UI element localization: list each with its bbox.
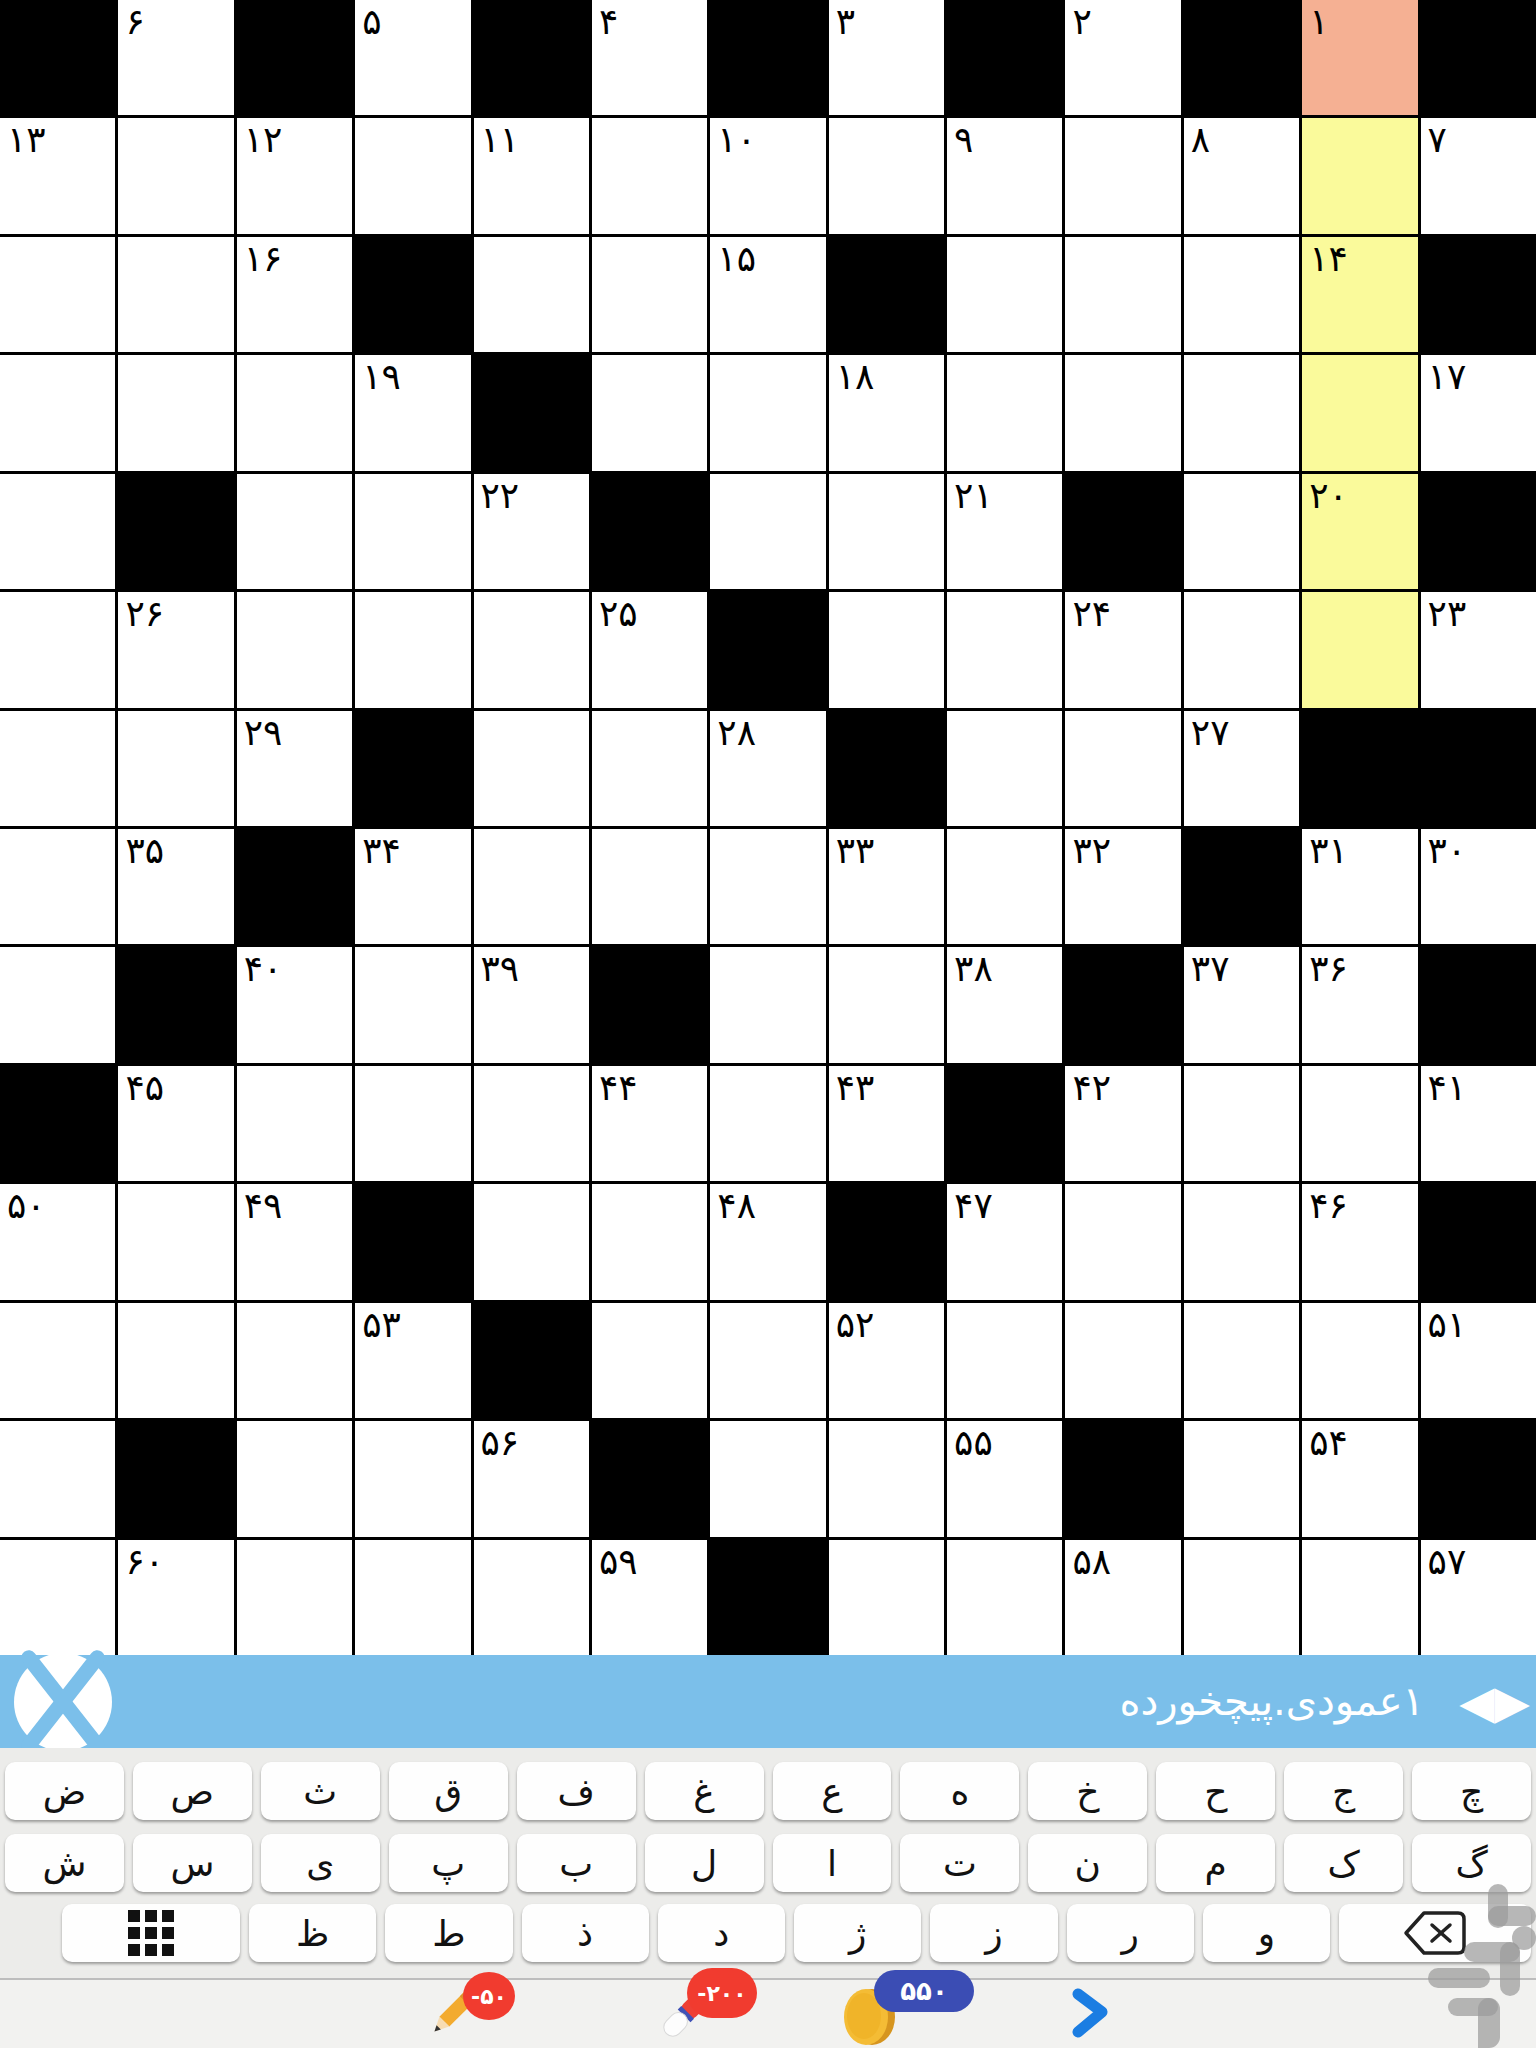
cell-number: ۲۴: [1072, 595, 1111, 633]
cell-number: ۴۵: [125, 1069, 164, 1107]
grid-cell-r5c2[interactable]: [237, 592, 352, 707]
cell-number: ۴۲: [1072, 1069, 1111, 1107]
persian-keyboard: ضصثقفغعهخحجچ شسیپبلاتنمکگ ظطذدژزرو: [0, 1748, 1536, 1978]
grid-cell-r2c2[interactable]: ۱۶: [237, 237, 352, 352]
cell-number: ۵۰: [7, 1187, 46, 1225]
grid-icon: [128, 1910, 174, 1956]
cell-number: ۳۵: [125, 832, 164, 870]
grid-cell-r1c2[interactable]: ۱۲: [237, 118, 352, 233]
grid-cell-r13c1[interactable]: ۶۰: [118, 1540, 233, 1655]
key-ت[interactable]: ت: [900, 1834, 1019, 1892]
keyboard-row-2: شسیپبلاتنمکگ: [0, 1834, 1536, 1892]
grid-cell-r10c11[interactable]: ۴۶: [1302, 1184, 1417, 1299]
chevron-right-icon: [1068, 1986, 1120, 2046]
grid-cell-r2c12: [1421, 237, 1536, 352]
cell-number: ۱۳: [7, 121, 46, 159]
backspace-key[interactable]: [1339, 1904, 1531, 1962]
cell-number: ۲۸: [717, 714, 756, 752]
grid-cell-r3c8[interactable]: [947, 355, 1062, 470]
grid-cell-r12c5: [592, 1421, 707, 1536]
cell-number: ۲۰: [1309, 477, 1348, 515]
key-ذ[interactable]: ذ: [522, 1904, 649, 1962]
grid-cell-r8c2[interactable]: ۴۰: [237, 947, 352, 1062]
cell-number: ۳۲: [1072, 832, 1111, 870]
grid-cell-r8c3[interactable]: [355, 947, 470, 1062]
key-ی[interactable]: ی: [261, 1834, 380, 1892]
grid-cell-r2c3: [355, 237, 470, 352]
grid-cell-r11c2[interactable]: [237, 1303, 352, 1418]
grid-cell-r0c3[interactable]: ۵: [355, 0, 470, 115]
cell-number: ۳۶: [1309, 950, 1348, 988]
key-ع[interactable]: ع: [773, 1762, 892, 1820]
cell-number: ۱۶: [244, 240, 283, 278]
cell-number: ۳۳: [836, 832, 875, 870]
crossword-app: ۶۵۴۳۲۱۱۳۱۲۱۱۱۰۹۸۷۱۶۱۵۱۴۱۹۱۸۱۷۲۲۲۱۲۰۲۶۲۵۲…: [0, 0, 1536, 2048]
grid-cell-r6c11: [1302, 711, 1417, 826]
grid-cell-r5c10[interactable]: [1184, 592, 1299, 707]
grid-cell-r12c12: [1421, 1421, 1536, 1536]
cell-number: ۵۵: [954, 1424, 993, 1462]
grid-cell-r11c1[interactable]: [118, 1303, 233, 1418]
grid-cell-r12c1: [118, 1421, 233, 1536]
grid-cell-r4c7[interactable]: [829, 474, 944, 589]
grid-cell-r8c9: [1065, 947, 1180, 1062]
key-پ[interactable]: پ: [389, 1834, 508, 1892]
cell-number: ۵: [362, 3, 381, 41]
eraser-hint-button[interactable]: -۲۰۰: [635, 1980, 755, 2048]
grid-cell-r8c8[interactable]: ۳۸: [947, 947, 1062, 1062]
coin-balance-badge: ۵۵۰: [874, 1970, 974, 2012]
key-ژ[interactable]: ژ: [794, 1904, 921, 1962]
grid-cell-r4c4[interactable]: ۲۲: [474, 474, 589, 589]
grid-cell-r8c4[interactable]: ۳۹: [474, 947, 589, 1062]
grid-cell-r3c12[interactable]: ۱۷: [1421, 355, 1536, 470]
grid-cell-r7c8[interactable]: [947, 829, 1062, 944]
grid-cell-r13c3[interactable]: [355, 1540, 470, 1655]
clue-bar: ۱عمودی.پیچخورده ◀ ▶: [0, 1655, 1536, 1748]
grid-cell-r5c12[interactable]: ۲۳: [1421, 592, 1536, 707]
cell-number: ۵۳: [362, 1306, 401, 1344]
grid-cell-r5c4[interactable]: [474, 592, 589, 707]
grid-cell-r9c7[interactable]: ۴۳: [829, 1066, 944, 1181]
grid-cell-r3c6[interactable]: [710, 355, 825, 470]
grid-cell-r3c2[interactable]: [237, 355, 352, 470]
grid-cell-r13c6: [710, 1540, 825, 1655]
grid-cell-r6c10[interactable]: ۲۷: [1184, 711, 1299, 826]
cell-number: ۴۸: [717, 1187, 756, 1225]
grid-cell-r1c3[interactable]: [355, 118, 470, 233]
grid-cell-r10c8[interactable]: ۴۷: [947, 1184, 1062, 1299]
cell-number: ۱۱: [481, 121, 520, 159]
grid-cell-r3c7[interactable]: ۱۸: [829, 355, 944, 470]
grid-cell-r9c2[interactable]: [237, 1066, 352, 1181]
grid-cell-r11c10[interactable]: [1184, 1303, 1299, 1418]
grid-cell-r11c11[interactable]: [1302, 1303, 1417, 1418]
cell-number: ۴۷: [954, 1187, 993, 1225]
grid-cell-r11c0[interactable]: [0, 1303, 115, 1418]
grid-cell-r6c5[interactable]: [592, 711, 707, 826]
cell-number: ۵۱: [1428, 1306, 1467, 1344]
cell-number: ۵۲: [836, 1306, 875, 1344]
grid-cell-r4c9: [1065, 474, 1180, 589]
grid-cell-r10c6[interactable]: ۴۸: [710, 1184, 825, 1299]
key-غ[interactable]: غ: [645, 1762, 764, 1820]
cell-number: ۱۲: [244, 121, 283, 159]
grid-cell-r8c12: [1421, 947, 1536, 1062]
key-ز[interactable]: ز: [930, 1904, 1057, 1962]
grid-cell-r13c9[interactable]: ۵۸: [1065, 1540, 1180, 1655]
grid-cell-r7c2: [237, 829, 352, 944]
next-clue-arrow-icon[interactable]: ▶: [1495, 1679, 1530, 1725]
grid-cell-r10c12: [1421, 1184, 1536, 1299]
clue-nav: ◀ ▶: [1459, 1655, 1530, 1748]
grid-cell-r2c7: [829, 237, 944, 352]
grid-cell-r2c1[interactable]: [118, 237, 233, 352]
cell-number: ۲۹: [244, 714, 283, 752]
grid-cell-r6c4[interactable]: [474, 711, 589, 826]
grid-cell-r4c8[interactable]: ۲۱: [947, 474, 1062, 589]
cell-number: ۱۵: [717, 240, 756, 278]
grid-cell-r0c11[interactable]: ۱: [1302, 0, 1417, 115]
grid-cell-r2c9[interactable]: [1065, 237, 1180, 352]
cell-number: ۲۷: [1191, 714, 1230, 752]
cell-number: ۷: [1428, 121, 1447, 159]
cell-number: ۱۹: [362, 358, 401, 396]
grid-cell-r1c12[interactable]: ۷: [1421, 118, 1536, 233]
grid-cell-r8c5: [592, 947, 707, 1062]
grid-cell-r12c9: [1065, 1421, 1180, 1536]
grid-cell-r4c10[interactable]: [1184, 474, 1299, 589]
pencil-hint-button[interactable]: -۵۰: [405, 1980, 525, 2048]
cell-number: ۶: [125, 3, 144, 41]
grid-cell-r2c0[interactable]: [0, 237, 115, 352]
grid-cell-r7c4[interactable]: [474, 829, 589, 944]
grid-cell-r9c9[interactable]: ۴۲: [1065, 1066, 1180, 1181]
key-ج[interactable]: ج: [1284, 1762, 1403, 1820]
grid-cell-r13c12[interactable]: ۵۷: [1421, 1540, 1536, 1655]
cell-number: ۴: [599, 3, 618, 41]
grid-cell-r0c4: [474, 0, 589, 115]
grid-cell-r8c10[interactable]: ۳۷: [1184, 947, 1299, 1062]
grid-cell-r0c2: [237, 0, 352, 115]
grid-cell-r6c3: [355, 711, 470, 826]
crossword-grid: ۶۵۴۳۲۱۱۳۱۲۱۱۱۰۹۸۷۱۶۱۵۱۴۱۹۱۸۱۷۲۲۲۱۲۰۲۶۲۵۲…: [0, 0, 1536, 1655]
prev-clue-arrow-icon[interactable]: ◀: [1459, 1679, 1494, 1725]
cell-number: ۵۴: [1309, 1424, 1348, 1462]
cell-number: ۲۶: [125, 595, 164, 633]
grid-cell-r6c6[interactable]: ۲۸: [710, 711, 825, 826]
cell-number: ۴۰: [244, 950, 283, 988]
grid-cell-r9c4[interactable]: [474, 1066, 589, 1181]
grid-cell-r12c8[interactable]: ۵۵: [947, 1421, 1062, 1536]
grid-cell-r0c5[interactable]: ۴: [592, 0, 707, 115]
cell-number: ۴۳: [836, 1069, 875, 1107]
grid-cell-r1c6[interactable]: ۱۰: [710, 118, 825, 233]
key-چ[interactable]: چ: [1412, 1762, 1531, 1820]
key-ص[interactable]: ص: [133, 1762, 252, 1820]
grid-cell-r3c11[interactable]: [1302, 355, 1417, 470]
grid-cell-r2c6[interactable]: ۱۵: [710, 237, 825, 352]
grid-cell-r7c5[interactable]: [592, 829, 707, 944]
grid-cell-r1c1[interactable]: [118, 118, 233, 233]
grid-cell-r2c4[interactable]: [474, 237, 589, 352]
grid-cell-r1c5[interactable]: [592, 118, 707, 233]
cell-number: ۱: [1309, 3, 1328, 41]
grid-cell-r3c4: [474, 355, 589, 470]
grid-cell-r11c8[interactable]: [947, 1303, 1062, 1418]
grid-cell-r9c6[interactable]: [710, 1066, 825, 1181]
grid-cell-r10c5[interactable]: [592, 1184, 707, 1299]
grid-cell-r13c8[interactable]: [947, 1540, 1062, 1655]
key-م[interactable]: م: [1156, 1834, 1275, 1892]
grid-cell-r6c9[interactable]: [1065, 711, 1180, 826]
grid-cell-r9c11[interactable]: [1302, 1066, 1417, 1181]
key-ب[interactable]: ب: [517, 1834, 636, 1892]
key-ق[interactable]: ق: [389, 1762, 508, 1820]
key-ک[interactable]: ک: [1284, 1834, 1403, 1892]
grid-cell-r7c1[interactable]: ۳۵: [118, 829, 233, 944]
grid-cell-r0c12: [1421, 0, 1536, 115]
grid-cell-r6c1[interactable]: [118, 711, 233, 826]
grid-cell-r11c3[interactable]: ۵۳: [355, 1303, 470, 1418]
grid-cell-r8c1: [118, 947, 233, 1062]
grid-cell-r7c9[interactable]: ۳۲: [1065, 829, 1180, 944]
grid-cell-r11c12[interactable]: ۵۱: [1421, 1303, 1536, 1418]
grid-cell-r5c5[interactable]: ۲۵: [592, 592, 707, 707]
grid-cell-r10c7: [829, 1184, 944, 1299]
key-خ[interactable]: خ: [1028, 1762, 1147, 1820]
grid-cell-r8c6[interactable]: [710, 947, 825, 1062]
cell-number: ۶۰: [125, 1543, 164, 1581]
grid-cell-r12c3[interactable]: [355, 1421, 470, 1536]
grid-cell-r9c0: [0, 1066, 115, 1181]
grid-cell-r12c2[interactable]: [237, 1421, 352, 1536]
grid-cell-r7c3[interactable]: ۳۴: [355, 829, 470, 944]
grid-cell-r12c0[interactable]: [0, 1421, 115, 1536]
cell-number: ۱۰: [717, 121, 756, 159]
cell-number: ۴۱: [1428, 1069, 1467, 1107]
grid-cell-r3c0[interactable]: [0, 355, 115, 470]
grid-cell-r2c10[interactable]: [1184, 237, 1299, 352]
grid-cell-r2c11[interactable]: ۱۴: [1302, 237, 1417, 352]
grid-cell-r11c7[interactable]: ۵۲: [829, 1303, 944, 1418]
grid-cell-r0c10: [1184, 0, 1299, 115]
backspace-icon: [1402, 1910, 1468, 1956]
cell-number: ۱۷: [1428, 358, 1467, 396]
grid-cell-r13c0[interactable]: [0, 1540, 115, 1655]
cell-number: ۲۲: [481, 477, 520, 515]
grid-cell-r2c8[interactable]: [947, 237, 1062, 352]
grid-cell-r9c10[interactable]: [1184, 1066, 1299, 1181]
grid-cell-r5c1[interactable]: ۲۶: [118, 592, 233, 707]
grid-cell-r10c9[interactable]: [1065, 1184, 1180, 1299]
close-button[interactable]: [14, 1653, 112, 1751]
grid-cell-r1c10[interactable]: ۸: [1184, 118, 1299, 233]
grid-cell-r12c11[interactable]: ۵۴: [1302, 1421, 1417, 1536]
grid-cell-r4c5: [592, 474, 707, 589]
key-ث[interactable]: ث: [261, 1762, 380, 1820]
grid-cell-r4c2[interactable]: [237, 474, 352, 589]
grid-cell-r13c2[interactable]: [237, 1540, 352, 1655]
grid-cell-r9c8: [947, 1066, 1062, 1181]
grid-cell-r5c0[interactable]: [0, 592, 115, 707]
grid-cell-r0c8: [947, 0, 1062, 115]
grid-cell-r10c10[interactable]: [1184, 1184, 1299, 1299]
grid-cell-r5c11[interactable]: [1302, 592, 1417, 707]
grid-cell-r3c9[interactable]: [1065, 355, 1180, 470]
key-د[interactable]: د: [658, 1904, 785, 1962]
grid-cell-r13c7[interactable]: [829, 1540, 944, 1655]
cell-number: ۵۷: [1428, 1543, 1467, 1581]
grid-cell-r7c10: [1184, 829, 1299, 944]
grid-cell-r11c9[interactable]: [1065, 1303, 1180, 1418]
cell-number: ۹: [954, 121, 973, 159]
grid-cell-r13c10[interactable]: [1184, 1540, 1299, 1655]
cell-number: ۵۹: [599, 1543, 638, 1581]
grid-cell-r12c6[interactable]: [710, 1421, 825, 1536]
cell-number: ۴۴: [599, 1069, 638, 1107]
grid-cell-r7c7[interactable]: ۳۳: [829, 829, 944, 944]
cell-number: ۳۴: [362, 832, 401, 870]
grid-cell-r1c11[interactable]: [1302, 118, 1417, 233]
grid-cell-r12c10[interactable]: [1184, 1421, 1299, 1536]
grid-cell-r0c6: [710, 0, 825, 115]
grid-cell-r5c8[interactable]: [947, 592, 1062, 707]
grid-cell-r5c9[interactable]: ۲۴: [1065, 592, 1180, 707]
grid-cell-r7c0[interactable]: [0, 829, 115, 944]
grid-cell-r3c3[interactable]: ۱۹: [355, 355, 470, 470]
grid-cell-r12c7[interactable]: [829, 1421, 944, 1536]
grid-cell-r0c1[interactable]: ۶: [118, 0, 233, 115]
cell-number: ۲: [1072, 3, 1091, 41]
grid-cell-r0c9[interactable]: ۲: [1065, 0, 1180, 115]
cell-number: ۱۸: [836, 358, 875, 396]
hint-toolbar: -۵۰ -۲۰۰ ۵۵۰: [0, 1978, 1536, 2048]
key-ه[interactable]: ه: [900, 1762, 1019, 1820]
grid-cell-r13c4[interactable]: [474, 1540, 589, 1655]
cell-number: ۵۶: [481, 1424, 520, 1462]
keyboard-row-1: ضصثقفغعهخحجچ: [0, 1762, 1536, 1820]
cell-number: ۸: [1191, 121, 1210, 159]
key-ن[interactable]: ن: [1028, 1834, 1147, 1892]
keyboard-switch-key[interactable]: [62, 1904, 240, 1962]
key-ط[interactable]: ط: [385, 1904, 512, 1962]
grid-cell-r2c5[interactable]: [592, 237, 707, 352]
grid-cell-r7c12[interactable]: ۳۰: [1421, 829, 1536, 944]
key-گ[interactable]: گ: [1412, 1834, 1531, 1892]
grid-cell-r10c0[interactable]: ۵۰: [0, 1184, 115, 1299]
grid-cell-r1c4[interactable]: ۱۱: [474, 118, 589, 233]
grid-cell-r10c1[interactable]: [118, 1184, 233, 1299]
grid-cell-r9c1[interactable]: ۴۵: [118, 1066, 233, 1181]
grid-cell-r3c10[interactable]: [1184, 355, 1299, 470]
grid-cell-r5c6: [710, 592, 825, 707]
grid-cell-r11c6[interactable]: [710, 1303, 825, 1418]
grid-cell-r6c2[interactable]: ۲۹: [237, 711, 352, 826]
grid-cell-r12c4[interactable]: ۵۶: [474, 1421, 589, 1536]
grid-cell-r1c0[interactable]: ۱۳: [0, 118, 115, 233]
cell-number: ۳۸: [954, 950, 993, 988]
grid-cell-r13c11[interactable]: [1302, 1540, 1417, 1655]
cell-number: ۳۹: [481, 950, 520, 988]
cell-number: ۳۷: [1191, 950, 1230, 988]
grid-cell-r6c0[interactable]: [0, 711, 115, 826]
key-ض[interactable]: ض: [5, 1762, 124, 1820]
next-button[interactable]: [1050, 1980, 1170, 2048]
grid-cell-r4c12: [1421, 474, 1536, 589]
cell-number: ۳۰: [1428, 832, 1467, 870]
key-ف[interactable]: ف: [517, 1762, 636, 1820]
clue-text: ۱عمودی.پیچخورده: [1119, 1655, 1424, 1748]
cell-number: ۲۳: [1428, 595, 1467, 633]
grid-cell-r10c3: [355, 1184, 470, 1299]
eraser-cost-badge: -۲۰۰: [687, 1968, 757, 2018]
grid-cell-r8c7[interactable]: [829, 947, 944, 1062]
grid-cell-r13c5[interactable]: ۵۹: [592, 1540, 707, 1655]
grid-cell-r5c7[interactable]: [829, 592, 944, 707]
grid-cell-r8c11[interactable]: ۳۶: [1302, 947, 1417, 1062]
key-ل[interactable]: ل: [645, 1834, 764, 1892]
cell-number: ۳: [836, 3, 855, 41]
grid-cell-r6c7: [829, 711, 944, 826]
key-س[interactable]: س: [133, 1834, 252, 1892]
grid-cell-r5c3[interactable]: [355, 592, 470, 707]
grid-cell-r11c4: [474, 1303, 589, 1418]
grid-cell-r9c3[interactable]: [355, 1066, 470, 1181]
grid-cell-r1c7[interactable]: [829, 118, 944, 233]
grid-cell-r9c5[interactable]: ۴۴: [592, 1066, 707, 1181]
cell-number: ۴۶: [1309, 1187, 1348, 1225]
key-ر[interactable]: ر: [1067, 1904, 1194, 1962]
grid-cell-r3c1[interactable]: [118, 355, 233, 470]
cell-number: ۱۴: [1309, 240, 1348, 278]
grid-cell-r11c5[interactable]: [592, 1303, 707, 1418]
grid-cell-r9c12[interactable]: ۴۱: [1421, 1066, 1536, 1181]
cell-number: ۵۸: [1072, 1543, 1111, 1581]
grid-cell-r10c2[interactable]: ۴۹: [237, 1184, 352, 1299]
grid-cell-r8c0[interactable]: [0, 947, 115, 1062]
key-ش[interactable]: ش: [5, 1834, 124, 1892]
grid-cell-r1c8[interactable]: ۹: [947, 118, 1062, 233]
grid-cell-r10c4[interactable]: [474, 1184, 589, 1299]
cell-number: ۴۹: [244, 1187, 283, 1225]
grid-cell-r7c11[interactable]: ۳۱: [1302, 829, 1417, 944]
grid-cell-r4c3[interactable]: [355, 474, 470, 589]
key-ظ[interactable]: ظ: [249, 1904, 376, 1962]
pencil-cost-badge: -۵۰: [463, 1972, 515, 2020]
key-ا[interactable]: ا: [773, 1834, 892, 1892]
grid-cell-r1c9[interactable]: [1065, 118, 1180, 233]
grid-cell-r0c0: [0, 0, 115, 115]
grid-cell-r4c1: [118, 474, 233, 589]
grid-cell-r4c11[interactable]: ۲۰: [1302, 474, 1417, 589]
grid-cell-r4c6[interactable]: [710, 474, 825, 589]
cell-number: ۲۵: [599, 595, 638, 633]
grid-cell-r6c12: [1421, 711, 1536, 826]
cell-number: ۲۱: [954, 477, 993, 515]
grid-cell-r0c7[interactable]: ۳: [829, 0, 944, 115]
grid-cell-r3c5[interactable]: [592, 355, 707, 470]
cell-number: ۳۱: [1309, 832, 1348, 870]
coins-button[interactable]: ۵۵۰: [830, 1980, 950, 2048]
key-ح[interactable]: ح: [1156, 1762, 1275, 1820]
grid-cell-r6c8[interactable]: [947, 711, 1062, 826]
grid-cell-r4c0[interactable]: [0, 474, 115, 589]
keyboard-row-3: ظطذدژزرو: [0, 1904, 1536, 1962]
key-و[interactable]: و: [1203, 1904, 1330, 1962]
grid-cell-r7c6[interactable]: [710, 829, 825, 944]
